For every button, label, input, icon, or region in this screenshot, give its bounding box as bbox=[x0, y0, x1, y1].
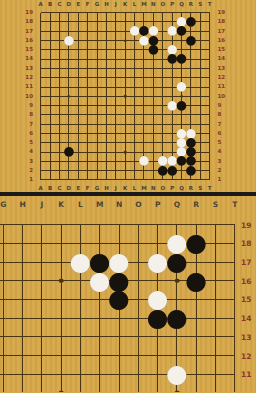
intersection-O19[interactable] bbox=[129, 215, 148, 234]
intersection-K19[interactable] bbox=[121, 8, 130, 17]
intersection-K15[interactable] bbox=[121, 45, 130, 54]
intersection-J5[interactable] bbox=[111, 138, 120, 147]
intersection-G13[interactable] bbox=[0, 327, 13, 346]
intersection-K11[interactable] bbox=[52, 365, 71, 384]
intersection-D14[interactable] bbox=[64, 54, 73, 63]
intersection-R12[interactable] bbox=[186, 73, 195, 82]
intersection-K5[interactable] bbox=[121, 138, 130, 147]
intersection-F5[interactable] bbox=[83, 138, 92, 147]
intersection-G10[interactable] bbox=[92, 92, 101, 101]
intersection-F12[interactable] bbox=[83, 73, 92, 82]
intersection-O12[interactable] bbox=[158, 73, 167, 82]
intersection-D18[interactable] bbox=[64, 17, 73, 26]
intersection-H11[interactable] bbox=[102, 82, 111, 91]
intersection-K13[interactable] bbox=[52, 327, 71, 346]
intersection-S12[interactable] bbox=[196, 73, 205, 82]
intersection-B8[interactable] bbox=[45, 110, 54, 119]
intersection-H14[interactable] bbox=[13, 309, 32, 328]
intersection-D13[interactable] bbox=[64, 64, 73, 73]
intersection-S3[interactable] bbox=[196, 157, 205, 166]
intersection-C13[interactable] bbox=[55, 64, 64, 73]
intersection-S17[interactable] bbox=[206, 253, 225, 272]
intersection-N15[interactable]: ● bbox=[149, 45, 158, 54]
intersection-H17[interactable] bbox=[102, 27, 111, 36]
intersection-A6[interactable] bbox=[36, 129, 45, 138]
intersection-K19[interactable] bbox=[52, 215, 71, 234]
intersection-C2[interactable] bbox=[55, 166, 64, 175]
intersection-S19[interactable] bbox=[206, 215, 225, 234]
intersection-K18[interactable] bbox=[52, 234, 71, 253]
intersection-E4[interactable] bbox=[74, 147, 83, 156]
intersection-G19[interactable] bbox=[0, 215, 13, 234]
intersection-T1[interactable] bbox=[205, 175, 214, 184]
intersection-M8[interactable] bbox=[139, 110, 148, 119]
intersection-T14[interactable] bbox=[205, 54, 214, 63]
intersection-S16[interactable] bbox=[196, 36, 205, 45]
intersection-J14[interactable] bbox=[111, 54, 120, 63]
intersection-G2[interactable] bbox=[92, 166, 101, 175]
intersection-F11[interactable] bbox=[83, 82, 92, 91]
intersection-T8[interactable] bbox=[205, 110, 214, 119]
intersection-K11[interactable] bbox=[121, 82, 130, 91]
intersection-C19[interactable] bbox=[55, 8, 64, 17]
intersection-K10[interactable] bbox=[52, 383, 71, 392]
intersection-F1[interactable] bbox=[83, 175, 92, 184]
intersection-K14[interactable] bbox=[121, 54, 130, 63]
intersection-S11[interactable] bbox=[196, 82, 205, 91]
intersection-A9[interactable] bbox=[36, 101, 45, 110]
intersection-G7[interactable] bbox=[92, 120, 101, 129]
intersection-E7[interactable] bbox=[74, 120, 83, 129]
intersection-H15[interactable] bbox=[13, 290, 32, 309]
intersection-G1[interactable] bbox=[92, 175, 101, 184]
intersection-E9[interactable] bbox=[74, 101, 83, 110]
intersection-R16[interactable]: ● bbox=[186, 36, 195, 45]
intersection-G17[interactable] bbox=[92, 27, 101, 36]
intersection-K12[interactable] bbox=[52, 346, 71, 365]
intersection-J19[interactable] bbox=[111, 8, 120, 17]
intersection-H7[interactable] bbox=[102, 120, 111, 129]
intersection-M13[interactable] bbox=[139, 64, 148, 73]
intersection-H1[interactable] bbox=[102, 175, 111, 184]
intersection-K2[interactable] bbox=[121, 166, 130, 175]
intersection-K9[interactable] bbox=[121, 101, 130, 110]
intersection-M5[interactable] bbox=[139, 138, 148, 147]
intersection-H13[interactable] bbox=[13, 327, 32, 346]
intersection-D10[interactable] bbox=[64, 92, 73, 101]
intersection-L19[interactable] bbox=[71, 215, 90, 234]
intersection-K14[interactable] bbox=[52, 309, 71, 328]
intersection-P19[interactable] bbox=[148, 215, 167, 234]
intersection-F9[interactable] bbox=[83, 101, 92, 110]
intersection-N8[interactable] bbox=[149, 110, 158, 119]
intersection-J9[interactable] bbox=[111, 101, 120, 110]
intersection-S9[interactable] bbox=[196, 101, 205, 110]
intersection-R13[interactable] bbox=[186, 64, 195, 73]
intersection-K17[interactable] bbox=[52, 253, 71, 272]
intersection-B16[interactable] bbox=[45, 36, 54, 45]
intersection-R14[interactable] bbox=[187, 309, 206, 328]
intersection-B7[interactable] bbox=[45, 120, 54, 129]
intersection-H6[interactable] bbox=[102, 129, 111, 138]
intersection-R14[interactable] bbox=[186, 54, 195, 63]
intersection-H10[interactable] bbox=[102, 92, 111, 101]
intersection-B6[interactable] bbox=[45, 129, 54, 138]
intersection-J3[interactable] bbox=[111, 157, 120, 166]
intersection-B19[interactable] bbox=[45, 8, 54, 17]
intersection-H3[interactable] bbox=[102, 157, 111, 166]
intersection-O17[interactable] bbox=[129, 253, 148, 272]
intersection-F10[interactable] bbox=[83, 92, 92, 101]
intersection-M6[interactable] bbox=[139, 129, 148, 138]
intersection-S12[interactable] bbox=[206, 346, 225, 365]
intersection-A10[interactable] bbox=[36, 92, 45, 101]
intersection-L1[interactable] bbox=[130, 175, 139, 184]
intersection-P14[interactable]: ● bbox=[148, 309, 167, 328]
intersection-D9[interactable] bbox=[64, 101, 73, 110]
intersection-N11[interactable] bbox=[149, 82, 158, 91]
intersection-Q11[interactable]: ● bbox=[177, 82, 186, 91]
intersection-L10[interactable] bbox=[130, 92, 139, 101]
intersection-D2[interactable] bbox=[64, 166, 73, 175]
intersection-E5[interactable] bbox=[74, 138, 83, 147]
intersection-B17[interactable] bbox=[45, 27, 54, 36]
intersection-N13[interactable] bbox=[109, 327, 128, 346]
intersection-J13[interactable] bbox=[111, 64, 120, 73]
intersection-Q14[interactable]: ● bbox=[177, 54, 186, 63]
intersection-S15[interactable] bbox=[196, 45, 205, 54]
intersection-S6[interactable] bbox=[196, 129, 205, 138]
intersection-N19[interactable] bbox=[149, 8, 158, 17]
intersection-G13[interactable] bbox=[92, 64, 101, 73]
intersection-B4[interactable] bbox=[45, 147, 54, 156]
intersection-C1[interactable] bbox=[55, 175, 64, 184]
intersection-R12[interactable] bbox=[187, 346, 206, 365]
intersection-H11[interactable] bbox=[13, 365, 32, 384]
intersection-H12[interactable] bbox=[102, 73, 111, 82]
intersection-N19[interactable] bbox=[109, 215, 128, 234]
intersection-B14[interactable] bbox=[45, 54, 54, 63]
intersection-E3[interactable] bbox=[74, 157, 83, 166]
intersection-J18[interactable] bbox=[32, 234, 51, 253]
intersection-F7[interactable] bbox=[83, 120, 92, 129]
intersection-O7[interactable] bbox=[158, 120, 167, 129]
intersection-R11[interactable] bbox=[186, 82, 195, 91]
intersection-R8[interactable] bbox=[186, 110, 195, 119]
intersection-F14[interactable] bbox=[83, 54, 92, 63]
intersection-M14[interactable] bbox=[90, 309, 109, 328]
intersection-J15[interactable] bbox=[32, 290, 51, 309]
intersection-T19[interactable] bbox=[205, 8, 214, 17]
intersection-T2[interactable] bbox=[205, 166, 214, 175]
intersection-A2[interactable] bbox=[36, 166, 45, 175]
intersection-J1[interactable] bbox=[111, 175, 120, 184]
intersection-E1[interactable] bbox=[74, 175, 83, 184]
intersection-E10[interactable] bbox=[74, 92, 83, 101]
intersection-B5[interactable] bbox=[45, 138, 54, 147]
intersection-G5[interactable] bbox=[92, 138, 101, 147]
intersection-N10[interactable] bbox=[109, 383, 128, 392]
intersection-E15[interactable] bbox=[74, 45, 83, 54]
intersection-H14[interactable] bbox=[102, 54, 111, 63]
intersection-M1[interactable] bbox=[139, 175, 148, 184]
intersection-F3[interactable] bbox=[83, 157, 92, 166]
intersection-R10[interactable] bbox=[187, 383, 206, 392]
intersection-B11[interactable] bbox=[45, 82, 54, 91]
intersection-A17[interactable] bbox=[36, 27, 45, 36]
intersection-B2[interactable] bbox=[45, 166, 54, 175]
intersection-T16[interactable] bbox=[205, 36, 214, 45]
intersection-C11[interactable] bbox=[55, 82, 64, 91]
intersection-K16[interactable] bbox=[52, 271, 71, 290]
intersection-J2[interactable] bbox=[111, 166, 120, 175]
intersection-H18[interactable] bbox=[13, 234, 32, 253]
intersection-J12[interactable] bbox=[32, 346, 51, 365]
intersection-K8[interactable] bbox=[121, 110, 130, 119]
intersection-J10[interactable] bbox=[111, 92, 120, 101]
intersection-S13[interactable] bbox=[206, 327, 225, 346]
intersection-G3[interactable] bbox=[92, 157, 101, 166]
intersection-A7[interactable] bbox=[36, 120, 45, 129]
intersection-N12[interactable] bbox=[149, 73, 158, 82]
intersection-B3[interactable] bbox=[45, 157, 54, 166]
intersection-T6[interactable] bbox=[205, 129, 214, 138]
intersection-R2[interactable]: ● bbox=[186, 166, 195, 175]
intersection-A5[interactable] bbox=[36, 138, 45, 147]
intersection-M12[interactable] bbox=[139, 73, 148, 82]
intersection-N7[interactable] bbox=[149, 120, 158, 129]
intersection-O10[interactable] bbox=[129, 383, 148, 392]
intersection-L11[interactable] bbox=[130, 82, 139, 91]
intersection-A14[interactable] bbox=[36, 54, 45, 63]
intersection-K3[interactable] bbox=[121, 157, 130, 166]
intersection-S17[interactable] bbox=[196, 27, 205, 36]
intersection-B12[interactable] bbox=[45, 73, 54, 82]
intersection-C7[interactable] bbox=[55, 120, 64, 129]
zoomed-go-board-grid[interactable]: ●●●●●●●●●●●●●●● bbox=[0, 215, 244, 392]
intersection-S1[interactable] bbox=[196, 175, 205, 184]
intersection-L17[interactable]: ● bbox=[71, 253, 90, 272]
intersection-J13[interactable] bbox=[32, 327, 51, 346]
intersection-D19[interactable] bbox=[64, 8, 73, 17]
intersection-L5[interactable] bbox=[130, 138, 139, 147]
intersection-E17[interactable] bbox=[74, 27, 83, 36]
intersection-H13[interactable] bbox=[102, 64, 111, 73]
intersection-R13[interactable] bbox=[187, 327, 206, 346]
intersection-F19[interactable] bbox=[83, 8, 92, 17]
intersection-S19[interactable] bbox=[196, 8, 205, 17]
intersection-A3[interactable] bbox=[36, 157, 45, 166]
intersection-S11[interactable] bbox=[206, 365, 225, 384]
intersection-A13[interactable] bbox=[36, 64, 45, 73]
intersection-G18[interactable] bbox=[92, 17, 101, 26]
intersection-J18[interactable] bbox=[111, 17, 120, 26]
intersection-J6[interactable] bbox=[111, 129, 120, 138]
intersection-L12[interactable] bbox=[130, 73, 139, 82]
intersection-L14[interactable] bbox=[71, 309, 90, 328]
intersection-C9[interactable] bbox=[55, 101, 64, 110]
intersection-K13[interactable] bbox=[121, 64, 130, 73]
intersection-T3[interactable] bbox=[205, 157, 214, 166]
intersection-R10[interactable] bbox=[186, 92, 195, 101]
intersection-H12[interactable] bbox=[13, 346, 32, 365]
intersection-A19[interactable] bbox=[36, 8, 45, 17]
intersection-C8[interactable] bbox=[55, 110, 64, 119]
intersection-K15[interactable] bbox=[52, 290, 71, 309]
intersection-T17[interactable] bbox=[205, 27, 214, 36]
intersection-Q11[interactable]: ● bbox=[167, 365, 186, 384]
intersection-H2[interactable] bbox=[102, 166, 111, 175]
intersection-E11[interactable] bbox=[74, 82, 83, 91]
intersection-A15[interactable] bbox=[36, 45, 45, 54]
intersection-F8[interactable] bbox=[83, 110, 92, 119]
intersection-K7[interactable] bbox=[121, 120, 130, 129]
intersection-H8[interactable] bbox=[102, 110, 111, 119]
intersection-D7[interactable] bbox=[64, 120, 73, 129]
intersection-S10[interactable] bbox=[206, 383, 225, 392]
intersection-K12[interactable] bbox=[121, 73, 130, 82]
intersection-M10[interactable] bbox=[139, 92, 148, 101]
intersection-F2[interactable] bbox=[83, 166, 92, 175]
intersection-A4[interactable] bbox=[36, 147, 45, 156]
intersection-S10[interactable] bbox=[196, 92, 205, 101]
intersection-A16[interactable] bbox=[36, 36, 45, 45]
intersection-T15[interactable] bbox=[205, 45, 214, 54]
intersection-F6[interactable] bbox=[83, 129, 92, 138]
intersection-J10[interactable] bbox=[32, 383, 51, 392]
intersection-C18[interactable] bbox=[55, 17, 64, 26]
intersection-F4[interactable] bbox=[83, 147, 92, 156]
intersection-G11[interactable] bbox=[0, 365, 13, 384]
intersection-E19[interactable] bbox=[74, 8, 83, 17]
intersection-K4[interactable] bbox=[121, 147, 130, 156]
intersection-L12[interactable] bbox=[71, 346, 90, 365]
intersection-S5[interactable] bbox=[196, 138, 205, 147]
intersection-G6[interactable] bbox=[92, 129, 101, 138]
intersection-H18[interactable] bbox=[102, 17, 111, 26]
intersection-D1[interactable] bbox=[64, 175, 73, 184]
intersection-S13[interactable] bbox=[196, 64, 205, 73]
intersection-F13[interactable] bbox=[83, 64, 92, 73]
intersection-D8[interactable] bbox=[64, 110, 73, 119]
intersection-D6[interactable] bbox=[64, 129, 73, 138]
intersection-S18[interactable] bbox=[196, 17, 205, 26]
intersection-K6[interactable] bbox=[121, 129, 130, 138]
intersection-T13[interactable] bbox=[205, 64, 214, 73]
intersection-T5[interactable] bbox=[205, 138, 214, 147]
intersection-O6[interactable] bbox=[158, 129, 167, 138]
intersection-P11[interactable] bbox=[148, 365, 167, 384]
intersection-O19[interactable] bbox=[158, 8, 167, 17]
intersection-S8[interactable] bbox=[196, 110, 205, 119]
intersection-G15[interactable] bbox=[0, 290, 13, 309]
intersection-D4[interactable]: ● bbox=[64, 147, 73, 156]
intersection-J16[interactable] bbox=[32, 271, 51, 290]
intersection-G14[interactable] bbox=[92, 54, 101, 63]
intersection-T12[interactable] bbox=[205, 73, 214, 82]
intersection-A8[interactable] bbox=[36, 110, 45, 119]
intersection-O15[interactable] bbox=[129, 290, 148, 309]
intersection-R11[interactable] bbox=[187, 365, 206, 384]
intersection-H4[interactable] bbox=[102, 147, 111, 156]
intersection-J14[interactable] bbox=[32, 309, 51, 328]
intersection-F16[interactable] bbox=[83, 36, 92, 45]
intersection-L11[interactable] bbox=[71, 365, 90, 384]
intersection-B15[interactable] bbox=[45, 45, 54, 54]
intersection-M11[interactable] bbox=[90, 365, 109, 384]
intersection-S15[interactable] bbox=[206, 290, 225, 309]
intersection-A1[interactable] bbox=[36, 175, 45, 184]
intersection-Q9[interactable]: ● bbox=[177, 101, 186, 110]
intersection-D11[interactable] bbox=[64, 82, 73, 91]
intersection-H5[interactable] bbox=[102, 138, 111, 147]
intersection-C14[interactable] bbox=[55, 54, 64, 63]
intersection-N9[interactable] bbox=[149, 101, 158, 110]
intersection-H19[interactable] bbox=[13, 215, 32, 234]
intersection-O11[interactable] bbox=[158, 82, 167, 91]
intersection-O14[interactable] bbox=[129, 309, 148, 328]
intersection-O12[interactable] bbox=[129, 346, 148, 365]
intersection-T10[interactable] bbox=[225, 383, 244, 392]
intersection-L13[interactable] bbox=[71, 327, 90, 346]
intersection-G19[interactable] bbox=[92, 8, 101, 17]
intersection-O16[interactable] bbox=[129, 271, 148, 290]
intersection-J12[interactable] bbox=[111, 73, 120, 82]
intersection-J15[interactable] bbox=[111, 45, 120, 54]
intersection-B10[interactable] bbox=[45, 92, 54, 101]
intersection-E16[interactable] bbox=[74, 36, 83, 45]
intersection-L15[interactable] bbox=[71, 290, 90, 309]
intersection-P17[interactable]: ● bbox=[148, 253, 167, 272]
intersection-T9[interactable] bbox=[205, 101, 214, 110]
intersection-M19[interactable] bbox=[90, 215, 109, 234]
intersection-H17[interactable] bbox=[13, 253, 32, 272]
intersection-T11[interactable] bbox=[205, 82, 214, 91]
intersection-Q14[interactable]: ● bbox=[167, 309, 186, 328]
intersection-C10[interactable] bbox=[55, 92, 64, 101]
intersection-L6[interactable] bbox=[130, 129, 139, 138]
intersection-L19[interactable] bbox=[130, 8, 139, 17]
intersection-G8[interactable] bbox=[92, 110, 101, 119]
intersection-R9[interactable] bbox=[186, 101, 195, 110]
intersection-P2[interactable]: ● bbox=[167, 166, 176, 175]
intersection-J8[interactable] bbox=[111, 110, 120, 119]
intersection-K1[interactable] bbox=[121, 175, 130, 184]
intersection-Q17[interactable]: ● bbox=[167, 253, 186, 272]
intersection-R18[interactable]: ● bbox=[187, 234, 206, 253]
intersection-N6[interactable] bbox=[149, 129, 158, 138]
intersection-G10[interactable] bbox=[0, 383, 13, 392]
intersection-N10[interactable] bbox=[149, 92, 158, 101]
go-board-grid[interactable]: ●●●●●●●●●●●●●●●●●●●●●●●●●●●●●●●●● bbox=[36, 8, 214, 185]
intersection-E6[interactable] bbox=[74, 129, 83, 138]
intersection-N5[interactable] bbox=[149, 138, 158, 147]
intersection-N15[interactable]: ● bbox=[109, 290, 128, 309]
intersection-J7[interactable] bbox=[111, 120, 120, 129]
intersection-M7[interactable] bbox=[139, 120, 148, 129]
intersection-R18[interactable]: ● bbox=[186, 17, 195, 26]
intersection-S7[interactable] bbox=[196, 120, 205, 129]
intersection-N12[interactable] bbox=[109, 346, 128, 365]
intersection-G9[interactable] bbox=[92, 101, 101, 110]
intersection-T10[interactable] bbox=[205, 92, 214, 101]
intersection-F17[interactable] bbox=[83, 27, 92, 36]
intersection-M10[interactable] bbox=[90, 383, 109, 392]
intersection-A18[interactable] bbox=[36, 17, 45, 26]
intersection-S4[interactable] bbox=[196, 147, 205, 156]
intersection-L13[interactable] bbox=[130, 64, 139, 73]
intersection-J19[interactable] bbox=[32, 215, 51, 234]
